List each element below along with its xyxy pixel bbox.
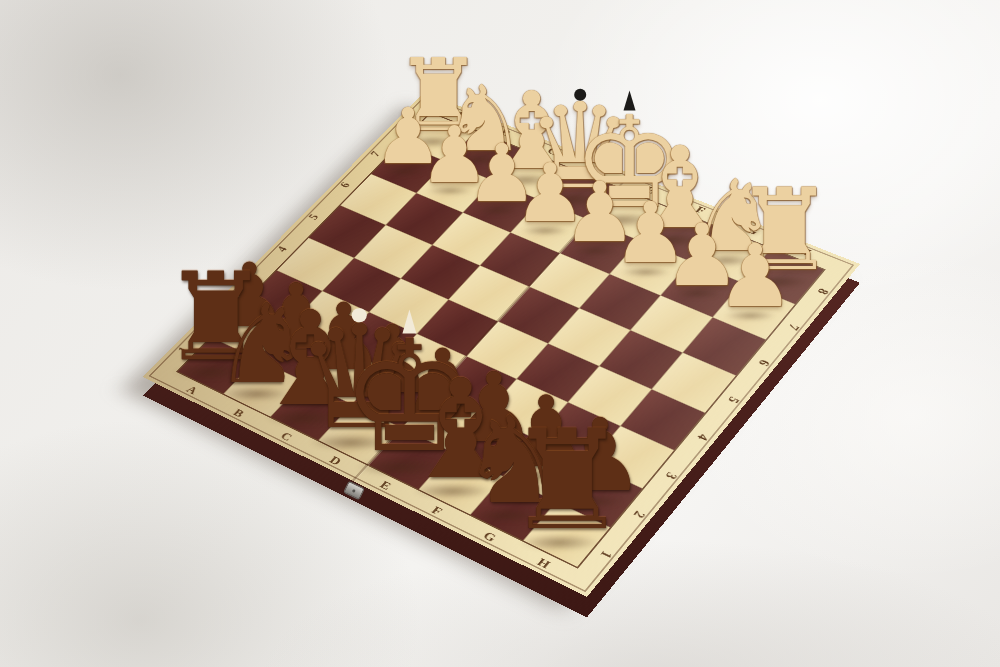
piece-shadow — [724, 310, 775, 321]
piece-shadow — [518, 535, 599, 551]
photo-scene: AABBCCDDEEFFGGHH1122334455667788 ♜♞♝♛♚♝♞… — [0, 0, 1000, 667]
light-pawn-h7: ♟ — [716, 232, 794, 320]
rook-glyph: ♜ — [506, 412, 629, 549]
piece-shadow — [672, 288, 723, 298]
pawn-glyph: ♟ — [716, 233, 794, 320]
pieces-layer: ♜♞♝♛♚♝♞♜♟♟♟♟♟♟♟♟♟♟♟♟♟♟♟♟♜♞♝♛♚♝♞♜ — [0, 0, 1000, 667]
dark-rook-h1: ♜ — [506, 412, 629, 549]
